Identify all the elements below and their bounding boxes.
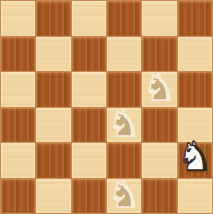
square-r5c0[interactable] bbox=[1, 179, 35, 214]
square-r4c3[interactable] bbox=[107, 143, 141, 178]
ghost-knight-icon: ♞ bbox=[142, 71, 176, 106]
square-r1c1[interactable] bbox=[36, 37, 70, 72]
square-r1c4[interactable] bbox=[142, 37, 176, 72]
square-r0c4[interactable] bbox=[142, 1, 176, 36]
square-r5c5[interactable] bbox=[178, 179, 212, 214]
square-r3c3[interactable]: ♞ bbox=[107, 108, 141, 143]
square-r4c1[interactable] bbox=[36, 143, 70, 178]
square-r0c0[interactable] bbox=[1, 1, 35, 36]
square-r1c0[interactable] bbox=[1, 37, 35, 72]
square-r2c3[interactable] bbox=[107, 72, 141, 107]
square-r5c2[interactable] bbox=[72, 179, 106, 214]
square-r2c1[interactable] bbox=[36, 72, 70, 107]
square-r4c2[interactable] bbox=[72, 143, 106, 178]
square-r1c3[interactable] bbox=[107, 37, 141, 72]
square-r4c5[interactable]: ♞ bbox=[178, 143, 212, 178]
square-r5c3[interactable]: ♞ bbox=[107, 179, 141, 214]
square-r3c1[interactable] bbox=[36, 108, 70, 143]
square-r2c2[interactable] bbox=[72, 72, 106, 107]
ghost-knight-icon: ♞ bbox=[107, 178, 141, 213]
square-r3c4[interactable] bbox=[142, 108, 176, 143]
square-r3c2[interactable] bbox=[72, 108, 106, 143]
square-r1c2[interactable] bbox=[72, 37, 106, 72]
square-r2c4[interactable]: ♞ bbox=[142, 72, 176, 107]
square-r1c5[interactable] bbox=[178, 37, 212, 72]
square-r5c1[interactable] bbox=[36, 179, 70, 214]
chess-board: ♞♞♞♞ bbox=[0, 0, 213, 214]
square-r4c0[interactable] bbox=[1, 143, 35, 178]
square-r2c0[interactable] bbox=[1, 72, 35, 107]
square-r2c5[interactable] bbox=[178, 72, 212, 107]
square-r0c3[interactable] bbox=[107, 1, 141, 36]
ghost-knight-icon: ♞ bbox=[107, 107, 141, 142]
square-r3c0[interactable] bbox=[1, 108, 35, 143]
square-r0c2[interactable] bbox=[72, 1, 106, 36]
white-knight-icon[interactable]: ♞ bbox=[178, 139, 212, 174]
square-r0c5[interactable] bbox=[178, 1, 212, 36]
square-r4c4[interactable] bbox=[142, 143, 176, 178]
square-r0c1[interactable] bbox=[36, 1, 70, 36]
square-r5c4[interactable] bbox=[142, 179, 176, 214]
